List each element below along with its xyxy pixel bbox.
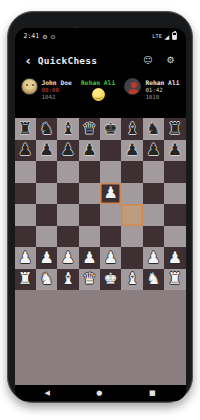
piece-black-pawn[interactable]: ♟ — [125, 142, 139, 158]
smiley-emoji-icon[interactable]: ‿ — [92, 88, 105, 101]
piece-black-knight[interactable]: ♞ — [146, 121, 160, 137]
square-e8[interactable]: ♚ — [100, 118, 121, 140]
android-nav-bar: ◀ ● ■ — [15, 385, 186, 401]
square-a6[interactable] — [15, 161, 36, 183]
square-a5[interactable] — [15, 183, 36, 205]
square-a2[interactable]: ♟ — [15, 247, 36, 269]
square-f6[interactable] — [121, 161, 142, 183]
piece-black-pawn[interactable]: ♟ — [82, 142, 96, 158]
square-h4[interactable] — [164, 204, 185, 226]
piece-white-king[interactable]: ♚ — [104, 271, 118, 287]
nav-back-icon[interactable]: ◀ — [45, 390, 50, 397]
square-f5[interactable] — [121, 183, 142, 205]
square-e2[interactable]: ♟ — [100, 247, 121, 269]
square-h5[interactable] — [164, 183, 185, 205]
players-row: John Doe 00:00 1042 Rehan Ali ‿ Rehan Al… — [15, 76, 186, 118]
square-f7[interactable]: ♟ — [121, 140, 142, 162]
square-g8[interactable]: ♞ — [143, 118, 164, 140]
right-player-name: Rehan Ali — [145, 79, 179, 87]
app-header: ‹ QuickChess ☺ ⚙ — [15, 44, 186, 76]
piece-black-pawn[interactable]: ♟ — [18, 142, 32, 158]
square-h7[interactable]: ♟ — [164, 140, 185, 162]
square-h6[interactable] — [164, 161, 185, 183]
right-player-card: Rehan Ali 01:42 1010 — [124, 78, 179, 101]
square-b8[interactable]: ♞ — [36, 118, 57, 140]
square-d4[interactable] — [79, 204, 100, 226]
square-h8[interactable]: ♜ — [164, 118, 185, 140]
signal-strength-icon: ◢ — [164, 33, 169, 40]
network-type-label: LTE — [152, 33, 162, 39]
piece-black-pawn[interactable]: ♟ — [39, 142, 53, 158]
left-player-rating: 1042 — [42, 94, 72, 101]
square-a3[interactable] — [15, 226, 36, 248]
turn-player-name: Rehan Ali — [81, 79, 115, 86]
square-g3[interactable] — [143, 226, 164, 248]
piece-white-pawn[interactable]: ♟ — [18, 250, 32, 266]
page-background: 2:41 ⚙ ⊙ LTE ◢ ‹ QuickChess ☺ ⚙ — [0, 0, 200, 420]
square-e5[interactable]: ♟ — [100, 183, 121, 205]
piece-black-rook[interactable]: ♜ — [168, 121, 182, 137]
piece-black-pawn[interactable]: ♟ — [146, 142, 160, 158]
piece-white-rook[interactable]: ♜ — [18, 271, 32, 287]
square-f8[interactable]: ♝ — [121, 118, 142, 140]
turn-indicator: Rehan Ali ‿ — [72, 78, 125, 101]
square-d6[interactable] — [79, 161, 100, 183]
square-a8[interactable]: ♜ — [15, 118, 36, 140]
square-b4[interactable] — [36, 204, 57, 226]
square-e7[interactable] — [100, 140, 121, 162]
square-a4[interactable] — [15, 204, 36, 226]
status-gear-icon: ⚙ — [42, 33, 47, 40]
square-c2[interactable]: ♟ — [57, 247, 78, 269]
piece-black-knight[interactable]: ♞ — [39, 121, 53, 137]
square-b7[interactable]: ♟ — [36, 140, 57, 162]
square-h2[interactable]: ♟ — [164, 247, 185, 269]
square-g7[interactable]: ♟ — [143, 140, 164, 162]
square-b6[interactable] — [36, 161, 57, 183]
nav-home-icon[interactable]: ● — [96, 390, 102, 397]
right-player-rating: 1010 — [145, 94, 179, 101]
back-button[interactable]: ‹ — [26, 54, 31, 67]
piece-white-pawn[interactable]: ♟ — [82, 250, 96, 266]
square-c1[interactable]: ♝ — [57, 269, 78, 291]
square-d2[interactable]: ♟ — [79, 247, 100, 269]
square-c5[interactable] — [57, 183, 78, 205]
square-b2[interactable]: ♟ — [36, 247, 57, 269]
lower-panel — [15, 290, 186, 385]
square-e4[interactable] — [100, 204, 121, 226]
status-bar: 2:41 ⚙ ⊙ LTE ◢ — [15, 28, 186, 44]
piece-black-bishop[interactable]: ♝ — [61, 121, 75, 137]
piece-white-bishop[interactable]: ♝ — [61, 271, 75, 287]
chess-board: ♜♞♝♛♚♝♞♜♟♟♟♟♟♟♟♟♟♟♟♟♟♟♟♜♞♝♛♚♝♞♜ — [15, 118, 186, 290]
square-b3[interactable] — [36, 226, 57, 248]
left-player-card: John Doe 00:00 1042 — [21, 78, 72, 101]
piece-black-queen[interactable]: ♛ — [82, 121, 96, 137]
piece-white-pawn[interactable]: ♟ — [146, 250, 160, 266]
square-c3[interactable] — [57, 226, 78, 248]
square-f4[interactable] — [121, 204, 142, 226]
square-f3[interactable] — [121, 226, 142, 248]
piece-white-rook[interactable]: ♜ — [168, 271, 182, 287]
emoji-menu-icon[interactable]: ☺ — [143, 55, 152, 65]
right-player-avatar[interactable] — [124, 78, 141, 95]
square-c8[interactable]: ♝ — [57, 118, 78, 140]
settings-gear-icon[interactable]: ⚙ — [166, 55, 174, 65]
piece-white-queen[interactable]: ♛ — [82, 271, 96, 287]
piece-white-pawn[interactable]: ♟ — [61, 250, 75, 266]
status-notification-icon: ⊙ — [51, 33, 56, 40]
piece-white-bishop[interactable]: ♝ — [125, 271, 139, 287]
square-d7[interactable]: ♟ — [79, 140, 100, 162]
square-g1[interactable]: ♞ — [143, 269, 164, 291]
square-c7[interactable]: ♟ — [57, 140, 78, 162]
square-h3[interactable] — [164, 226, 185, 248]
phone-frame: 2:41 ⚙ ⊙ LTE ◢ ‹ QuickChess ☺ ⚙ — [7, 11, 193, 403]
square-d8[interactable]: ♛ — [79, 118, 100, 140]
piece-white-pawn[interactable]: ♟ — [168, 250, 182, 266]
left-player-name: John Doe — [42, 79, 72, 87]
square-h1[interactable]: ♜ — [164, 269, 185, 291]
square-e3[interactable] — [100, 226, 121, 248]
square-a1[interactable]: ♜ — [15, 269, 36, 291]
phone-screen: 2:41 ⚙ ⊙ LTE ◢ ‹ QuickChess ☺ ⚙ — [15, 28, 186, 401]
square-c6[interactable] — [57, 161, 78, 183]
square-f1[interactable]: ♝ — [121, 269, 142, 291]
square-b1[interactable]: ♞ — [36, 269, 57, 291]
piece-black-pawn[interactable]: ♟ — [168, 142, 182, 158]
piece-black-king[interactable]: ♚ — [104, 121, 118, 137]
square-e1[interactable]: ♚ — [100, 269, 121, 291]
page-title: QuickChess — [38, 55, 97, 66]
left-player-avatar[interactable] — [21, 78, 38, 95]
square-g2[interactable]: ♟ — [143, 247, 164, 269]
piece-white-pawn[interactable]: ♟ — [104, 250, 118, 266]
square-d3[interactable] — [79, 226, 100, 248]
square-a7[interactable]: ♟ — [15, 140, 36, 162]
piece-white-pawn[interactable]: ♟ — [104, 185, 118, 201]
square-f2[interactable] — [121, 247, 142, 269]
right-player-clock: 01:42 — [145, 87, 179, 94]
square-g6[interactable] — [143, 161, 164, 183]
piece-white-pawn[interactable]: ♟ — [39, 250, 53, 266]
nav-recents-icon[interactable]: ■ — [149, 390, 156, 397]
square-b5[interactable] — [36, 183, 57, 205]
square-c4[interactable] — [57, 204, 78, 226]
piece-white-knight[interactable]: ♞ — [146, 271, 160, 287]
battery-icon — [172, 32, 177, 40]
square-d1[interactable]: ♛ — [79, 269, 100, 291]
square-e6[interactable] — [100, 161, 121, 183]
piece-black-rook[interactable]: ♜ — [18, 121, 32, 137]
square-g5[interactable] — [143, 183, 164, 205]
square-d5[interactable] — [79, 183, 100, 205]
left-player-clock: 00:00 — [42, 87, 72, 94]
piece-black-bishop[interactable]: ♝ — [125, 121, 139, 137]
square-g4[interactable] — [143, 204, 164, 226]
clock-time: 2:41 — [24, 32, 40, 40]
piece-white-knight[interactable]: ♞ — [39, 271, 53, 287]
piece-black-pawn[interactable]: ♟ — [61, 142, 75, 158]
